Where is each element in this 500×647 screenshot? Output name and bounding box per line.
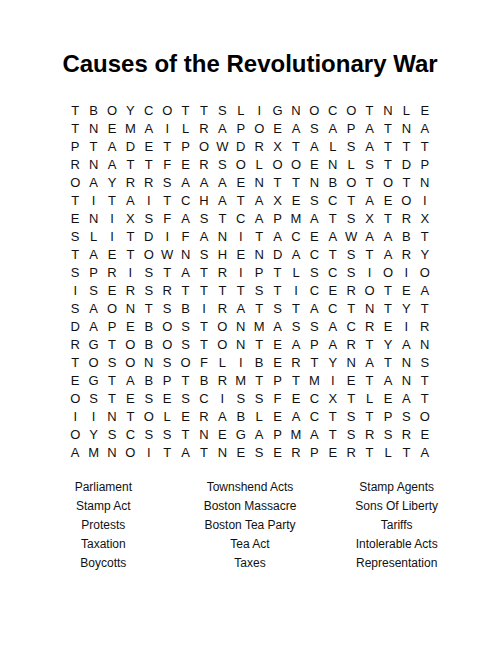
grid-cell[interactable]: S <box>342 408 360 426</box>
grid-cell[interactable]: O <box>66 390 84 408</box>
grid-cell[interactable]: P <box>158 372 176 390</box>
grid-cell[interactable]: H <box>195 192 213 210</box>
grid-cell[interactable]: I <box>287 282 305 300</box>
grid-cell[interactable]: R <box>195 408 213 426</box>
grid-cell[interactable]: Y <box>397 300 415 318</box>
grid-cell[interactable]: A <box>140 120 158 138</box>
grid-cell[interactable]: T <box>324 210 342 228</box>
grid-cell[interactable]: A <box>287 246 305 264</box>
grid-cell[interactable]: T <box>195 444 213 462</box>
grid-cell[interactable]: A <box>360 228 378 246</box>
grid-cell[interactable]: P <box>416 156 434 174</box>
grid-cell[interactable]: N <box>397 120 415 138</box>
grid-cell[interactable]: C <box>342 318 360 336</box>
grid-cell[interactable]: I <box>195 300 213 318</box>
grid-cell[interactable]: N <box>213 228 231 246</box>
grid-cell[interactable]: N <box>324 156 342 174</box>
grid-cell[interactable]: A <box>213 120 231 138</box>
grid-cell[interactable]: S <box>158 174 176 192</box>
grid-cell[interactable]: A <box>305 300 323 318</box>
grid-cell[interactable]: E <box>416 102 434 120</box>
grid-cell[interactable]: M <box>84 444 102 462</box>
grid-cell[interactable]: N <box>397 354 415 372</box>
grid-cell[interactable]: P <box>66 138 84 156</box>
grid-cell[interactable]: T <box>250 300 268 318</box>
grid-cell[interactable]: T <box>195 336 213 354</box>
grid-cell[interactable]: S <box>342 426 360 444</box>
grid-cell[interactable]: S <box>195 246 213 264</box>
grid-cell[interactable]: A <box>324 336 342 354</box>
grid-cell[interactable]: A <box>268 228 286 246</box>
grid-cell[interactable]: T <box>379 210 397 228</box>
grid-cell[interactable]: N <box>397 372 415 390</box>
grid-cell[interactable]: A <box>213 408 231 426</box>
grid-cell[interactable]: L <box>232 102 250 120</box>
grid-cell[interactable]: L <box>379 444 397 462</box>
grid-cell[interactable]: S <box>305 264 323 282</box>
grid-cell[interactable]: R <box>213 372 231 390</box>
grid-cell[interactable]: M <box>287 210 305 228</box>
grid-cell[interactable]: C <box>324 264 342 282</box>
grid-cell[interactable]: S <box>379 426 397 444</box>
grid-cell[interactable]: A <box>416 120 434 138</box>
grid-cell[interactable]: S <box>103 426 121 444</box>
grid-cell[interactable]: O <box>397 192 415 210</box>
grid-cell[interactable]: R <box>342 282 360 300</box>
grid-cell[interactable]: B <box>397 228 415 246</box>
grid-cell[interactable]: I <box>360 264 378 282</box>
grid-cell[interactable]: A <box>84 300 102 318</box>
grid-cell[interactable]: T <box>416 372 434 390</box>
grid-cell[interactable]: A <box>397 336 415 354</box>
grid-cell[interactable]: N <box>213 444 231 462</box>
grid-cell[interactable]: P <box>232 120 250 138</box>
grid-cell[interactable]: L <box>360 390 378 408</box>
grid-cell[interactable]: M <box>250 318 268 336</box>
grid-cell[interactable]: M <box>305 372 323 390</box>
grid-cell[interactable]: S <box>250 390 268 408</box>
grid-cell[interactable]: T <box>84 138 102 156</box>
grid-cell[interactable]: T <box>158 264 176 282</box>
grid-cell[interactable]: P <box>268 210 286 228</box>
grid-cell[interactable]: N <box>360 300 378 318</box>
grid-cell[interactable]: I <box>232 354 250 372</box>
grid-cell[interactable]: S <box>176 318 194 336</box>
grid-cell[interactable]: O <box>121 354 139 372</box>
grid-cell[interactable]: A <box>360 120 378 138</box>
grid-cell[interactable]: T <box>195 282 213 300</box>
grid-cell[interactable]: B <box>140 372 158 390</box>
grid-cell[interactable]: F <box>158 156 176 174</box>
grid-cell[interactable]: N <box>250 246 268 264</box>
grid-cell[interactable]: X <box>324 390 342 408</box>
grid-cell[interactable]: L <box>250 408 268 426</box>
grid-cell[interactable]: R <box>121 282 139 300</box>
grid-cell[interactable]: T <box>121 156 139 174</box>
grid-cell[interactable]: N <box>379 102 397 120</box>
grid-cell[interactable]: E <box>268 444 286 462</box>
grid-cell[interactable]: N <box>232 336 250 354</box>
grid-cell[interactable]: E <box>176 408 194 426</box>
grid-cell[interactable]: A <box>250 192 268 210</box>
grid-cell[interactable]: X <box>268 192 286 210</box>
grid-cell[interactable]: X <box>121 210 139 228</box>
grid-cell[interactable]: T <box>232 192 250 210</box>
grid-cell[interactable]: P <box>268 372 286 390</box>
grid-cell[interactable]: I <box>103 210 121 228</box>
grid-cell[interactable]: E <box>342 372 360 390</box>
grid-cell[interactable]: T <box>250 228 268 246</box>
grid-cell[interactable]: C <box>324 192 342 210</box>
grid-cell[interactable]: T <box>379 300 397 318</box>
grid-cell[interactable]: O <box>379 264 397 282</box>
grid-cell[interactable]: S <box>397 408 415 426</box>
grid-cell[interactable]: R <box>397 246 415 264</box>
grid-cell[interactable]: A <box>84 174 102 192</box>
grid-cell[interactable]: T <box>176 102 194 120</box>
grid-cell[interactable]: S <box>250 282 268 300</box>
grid-cell[interactable]: E <box>287 192 305 210</box>
grid-cell[interactable]: O <box>268 156 286 174</box>
grid-cell[interactable]: D <box>397 156 415 174</box>
grid-cell[interactable]: X <box>268 138 286 156</box>
grid-cell[interactable]: T <box>379 138 397 156</box>
grid-cell[interactable]: A <box>250 426 268 444</box>
grid-cell[interactable]: D <box>121 138 139 156</box>
grid-cell[interactable]: S <box>342 246 360 264</box>
grid-cell[interactable]: A <box>213 192 231 210</box>
grid-cell[interactable]: Y <box>416 246 434 264</box>
grid-cell[interactable]: T <box>140 300 158 318</box>
grid-cell[interactable]: E <box>232 246 250 264</box>
grid-cell[interactable]: L <box>84 228 102 246</box>
grid-cell[interactable]: A <box>305 138 323 156</box>
grid-cell[interactable]: A <box>66 444 84 462</box>
grid-cell[interactable]: T <box>324 426 342 444</box>
grid-cell[interactable]: O <box>342 174 360 192</box>
grid-cell[interactable]: B <box>195 372 213 390</box>
grid-cell[interactable]: N <box>232 318 250 336</box>
grid-cell[interactable]: O <box>342 102 360 120</box>
grid-cell[interactable]: E <box>140 138 158 156</box>
grid-cell[interactable]: O <box>176 354 194 372</box>
grid-cell[interactable]: A <box>232 300 250 318</box>
grid-cell[interactable]: T <box>268 174 286 192</box>
grid-cell[interactable]: N <box>416 174 434 192</box>
grid-cell[interactable]: E <box>416 426 434 444</box>
grid-cell[interactable]: F <box>176 228 194 246</box>
grid-cell[interactable]: O <box>416 408 434 426</box>
grid-cell[interactable]: A <box>103 138 121 156</box>
grid-cell[interactable]: O <box>195 138 213 156</box>
grid-cell[interactable]: G <box>84 372 102 390</box>
grid-cell[interactable]: O <box>232 156 250 174</box>
grid-cell[interactable]: I <box>84 408 102 426</box>
grid-cell[interactable]: S <box>416 354 434 372</box>
grid-cell[interactable]: S <box>158 426 176 444</box>
grid-cell[interactable]: R <box>195 120 213 138</box>
grid-cell[interactable]: R <box>416 318 434 336</box>
grid-cell[interactable]: C <box>324 300 342 318</box>
grid-cell[interactable]: A <box>305 210 323 228</box>
grid-cell[interactable]: T <box>176 426 194 444</box>
grid-cell[interactable]: I <box>84 192 102 210</box>
grid-cell[interactable]: E <box>268 120 286 138</box>
grid-cell[interactable]: R <box>397 426 415 444</box>
grid-cell[interactable]: R <box>287 444 305 462</box>
grid-cell[interactable]: S <box>268 300 286 318</box>
grid-cell[interactable]: R <box>140 174 158 192</box>
grid-cell[interactable]: R <box>195 156 213 174</box>
grid-cell[interactable]: T <box>360 246 378 264</box>
grid-cell[interactable]: T <box>379 354 397 372</box>
grid-cell[interactable]: R <box>213 264 231 282</box>
grid-cell[interactable]: S <box>66 264 84 282</box>
grid-cell[interactable]: C <box>305 282 323 300</box>
grid-cell[interactable]: X <box>416 210 434 228</box>
grid-cell[interactable]: O <box>158 102 176 120</box>
grid-cell[interactable]: T <box>103 336 121 354</box>
grid-cell[interactable]: S <box>342 138 360 156</box>
grid-cell[interactable]: E <box>103 120 121 138</box>
grid-cell[interactable]: T <box>416 390 434 408</box>
grid-cell[interactable]: Y <box>121 102 139 120</box>
grid-cell[interactable]: A <box>416 444 434 462</box>
grid-cell[interactable]: T <box>360 408 378 426</box>
grid-cell[interactable]: T <box>342 390 360 408</box>
grid-cell[interactable]: A <box>176 174 194 192</box>
grid-cell[interactable]: O <box>213 318 231 336</box>
grid-cell[interactable]: O <box>140 408 158 426</box>
grid-cell[interactable]: I <box>232 228 250 246</box>
grid-cell[interactable]: L <box>250 156 268 174</box>
grid-cell[interactable]: A <box>268 318 286 336</box>
grid-cell[interactable]: S <box>140 282 158 300</box>
grid-cell[interactable]: T <box>360 174 378 192</box>
grid-cell[interactable]: S <box>287 318 305 336</box>
grid-cell[interactable]: O <box>84 354 102 372</box>
grid-cell[interactable]: C <box>121 426 139 444</box>
grid-cell[interactable]: Y <box>379 336 397 354</box>
grid-cell[interactable]: R <box>287 354 305 372</box>
grid-cell[interactable]: B <box>84 102 102 120</box>
grid-cell[interactable]: O <box>140 246 158 264</box>
grid-cell[interactable]: O <box>379 174 397 192</box>
grid-cell[interactable]: E <box>66 210 84 228</box>
grid-cell[interactable]: E <box>268 336 286 354</box>
grid-cell[interactable]: P <box>342 120 360 138</box>
grid-cell[interactable]: A <box>84 246 102 264</box>
grid-cell[interactable]: I <box>140 444 158 462</box>
grid-cell[interactable]: S <box>250 444 268 462</box>
grid-cell[interactable]: N <box>416 336 434 354</box>
grid-cell[interactable]: A <box>121 192 139 210</box>
grid-cell[interactable]: N <box>84 120 102 138</box>
grid-cell[interactable]: C <box>287 228 305 246</box>
grid-cell[interactable]: T <box>397 444 415 462</box>
grid-cell[interactable]: O <box>66 426 84 444</box>
grid-cell[interactable]: A <box>397 390 415 408</box>
grid-cell[interactable]: S <box>360 156 378 174</box>
grid-cell[interactable]: B <box>140 318 158 336</box>
grid-cell[interactable]: T <box>195 102 213 120</box>
grid-cell[interactable]: S <box>213 102 231 120</box>
grid-cell[interactable]: I <box>140 192 158 210</box>
grid-cell[interactable]: E <box>379 390 397 408</box>
grid-cell[interactable]: E <box>213 426 231 444</box>
grid-cell[interactable]: L <box>324 138 342 156</box>
grid-cell[interactable]: T <box>379 282 397 300</box>
grid-cell[interactable]: E <box>103 282 121 300</box>
grid-cell[interactable]: B <box>324 174 342 192</box>
grid-cell[interactable]: E <box>103 246 121 264</box>
grid-cell[interactable]: R <box>158 282 176 300</box>
grid-cell[interactable]: S <box>140 210 158 228</box>
grid-cell[interactable]: O <box>305 102 323 120</box>
grid-cell[interactable]: N <box>176 246 194 264</box>
grid-cell[interactable]: S <box>140 264 158 282</box>
grid-cell[interactable]: A <box>84 318 102 336</box>
grid-cell[interactable]: D <box>140 228 158 246</box>
grid-cell[interactable]: C <box>305 246 323 264</box>
grid-cell[interactable]: S <box>342 264 360 282</box>
grid-cell[interactable]: I <box>158 120 176 138</box>
grid-cell[interactable]: L <box>176 120 194 138</box>
grid-cell[interactable]: I <box>103 228 121 246</box>
grid-cell[interactable]: T <box>66 120 84 138</box>
grid-cell[interactable]: T <box>121 246 139 264</box>
grid-cell[interactable]: W <box>158 246 176 264</box>
grid-cell[interactable]: L <box>213 354 231 372</box>
grid-cell[interactable]: T <box>250 372 268 390</box>
grid-cell[interactable]: B <box>176 300 194 318</box>
grid-cell[interactable]: L <box>158 408 176 426</box>
grid-cell[interactable]: N <box>342 354 360 372</box>
grid-cell[interactable]: O <box>416 264 434 282</box>
grid-cell[interactable]: T <box>360 372 378 390</box>
grid-cell[interactable]: I <box>416 192 434 210</box>
grid-cell[interactable]: E <box>176 156 194 174</box>
grid-cell[interactable]: T <box>250 336 268 354</box>
grid-cell[interactable]: T <box>158 192 176 210</box>
grid-cell[interactable]: T <box>416 228 434 246</box>
grid-cell[interactable]: T <box>195 264 213 282</box>
grid-cell[interactable]: P <box>305 336 323 354</box>
grid-cell[interactable]: Y <box>103 174 121 192</box>
grid-cell[interactable]: A <box>213 174 231 192</box>
grid-cell[interactable]: A <box>176 210 194 228</box>
grid-cell[interactable]: F <box>195 354 213 372</box>
grid-cell[interactable]: N <box>84 156 102 174</box>
grid-cell[interactable]: B <box>140 336 158 354</box>
grid-cell[interactable]: A <box>360 192 378 210</box>
grid-cell[interactable]: T <box>103 372 121 390</box>
grid-cell[interactable]: T <box>268 264 286 282</box>
grid-cell[interactable]: T <box>195 318 213 336</box>
grid-cell[interactable]: T <box>158 138 176 156</box>
grid-cell[interactable]: L <box>287 264 305 282</box>
grid-cell[interactable]: Y <box>324 354 342 372</box>
grid-cell[interactable]: E <box>397 282 415 300</box>
grid-cell[interactable]: C <box>324 102 342 120</box>
grid-cell[interactable]: T <box>121 408 139 426</box>
grid-cell[interactable]: O <box>66 174 84 192</box>
grid-cell[interactable]: R <box>342 336 360 354</box>
grid-cell[interactable]: T <box>287 372 305 390</box>
grid-cell[interactable]: A <box>360 354 378 372</box>
grid-cell[interactable]: E <box>121 318 139 336</box>
grid-cell[interactable]: C <box>305 408 323 426</box>
grid-cell[interactable]: E <box>268 408 286 426</box>
grid-cell[interactable]: I <box>66 282 84 300</box>
grid-cell[interactable]: E <box>66 372 84 390</box>
grid-cell[interactable]: C <box>176 192 194 210</box>
grid-cell[interactable]: P <box>103 318 121 336</box>
grid-cell[interactable]: N <box>84 210 102 228</box>
grid-cell[interactable]: R <box>342 444 360 462</box>
grid-cell[interactable]: A <box>176 444 194 462</box>
grid-cell[interactable]: N <box>195 426 213 444</box>
grid-cell[interactable]: N <box>140 354 158 372</box>
grid-cell[interactable]: A <box>195 228 213 246</box>
grid-cell[interactable]: O <box>103 300 121 318</box>
grid-cell[interactable]: R <box>397 210 415 228</box>
grid-cell[interactable]: Y <box>84 426 102 444</box>
grid-cell[interactable]: I <box>213 390 231 408</box>
grid-cell[interactable]: I <box>232 264 250 282</box>
grid-cell[interactable]: I <box>397 264 415 282</box>
grid-cell[interactable]: G <box>268 102 286 120</box>
grid-cell[interactable]: T <box>379 156 397 174</box>
grid-cell[interactable]: T <box>66 102 84 120</box>
grid-cell[interactable]: O <box>250 120 268 138</box>
grid-cell[interactable]: S <box>158 354 176 372</box>
grid-cell[interactable]: A <box>287 408 305 426</box>
grid-cell[interactable]: P <box>268 426 286 444</box>
grid-cell[interactable]: E <box>305 156 323 174</box>
grid-cell[interactable]: E <box>379 192 397 210</box>
grid-cell[interactable]: T <box>379 120 397 138</box>
grid-cell[interactable]: T <box>66 192 84 210</box>
grid-cell[interactable]: T <box>158 444 176 462</box>
grid-cell[interactable]: S <box>195 210 213 228</box>
grid-cell[interactable]: T <box>416 300 434 318</box>
grid-cell[interactable]: T <box>213 282 231 300</box>
grid-cell[interactable]: S <box>176 390 194 408</box>
grid-cell[interactable]: S <box>305 192 323 210</box>
grid-cell[interactable]: O <box>360 282 378 300</box>
grid-cell[interactable]: L <box>342 156 360 174</box>
grid-cell[interactable]: N <box>103 444 121 462</box>
grid-cell[interactable]: S <box>213 156 231 174</box>
grid-cell[interactable]: T <box>416 138 434 156</box>
grid-cell[interactable]: M <box>232 372 250 390</box>
grid-cell[interactable]: M <box>121 120 139 138</box>
grid-cell[interactable]: D <box>66 318 84 336</box>
grid-cell[interactable]: T <box>103 192 121 210</box>
grid-cell[interactable]: A <box>250 210 268 228</box>
grid-cell[interactable]: E <box>324 282 342 300</box>
grid-cell[interactable]: T <box>324 246 342 264</box>
grid-cell[interactable]: E <box>324 444 342 462</box>
grid-cell[interactable]: T <box>324 408 342 426</box>
grid-cell[interactable]: R <box>250 138 268 156</box>
grid-cell[interactable]: T <box>140 156 158 174</box>
grid-cell[interactable]: S <box>342 210 360 228</box>
grid-cell[interactable]: R <box>213 300 231 318</box>
grid-cell[interactable]: M <box>287 426 305 444</box>
grid-cell[interactable]: G <box>84 336 102 354</box>
